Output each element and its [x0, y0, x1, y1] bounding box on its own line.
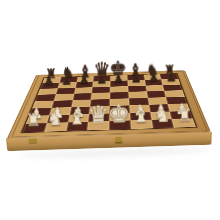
perspective-scene: ♜♞♝♛♚♝♞♜♟♟♟♟♟♟♟♟♟♟♟♟♟♟♟♟♜♞♝♛♚♝♞♜ [0, 0, 220, 220]
board-tilt-wrapper: ♜♞♝♛♚♝♞♜♟♟♟♟♟♟♟♟♟♟♟♟♟♟♟♟♜♞♝♛♚♝♞♜ [0, 0, 220, 220]
chess-set-photo: ♜♞♝♛♚♝♞♜♟♟♟♟♟♟♟♟♟♟♟♟♟♟♟♟♜♞♝♛♚♝♞♜ [0, 0, 220, 220]
white-rook-h1[interactable]: ♜ [169, 107, 199, 125]
brass-hinge-icon [29, 138, 38, 143]
board-front-edge [6, 132, 212, 151]
brass-latch-icon [115, 137, 122, 144]
chessboard: ♜♞♝♛♚♝♞♜♟♟♟♟♟♟♟♟♟♟♟♟♟♟♟♟♜♞♝♛♚♝♞♜ [7, 70, 211, 138]
black-pawn-h7[interactable]: ♟ [159, 70, 183, 83]
